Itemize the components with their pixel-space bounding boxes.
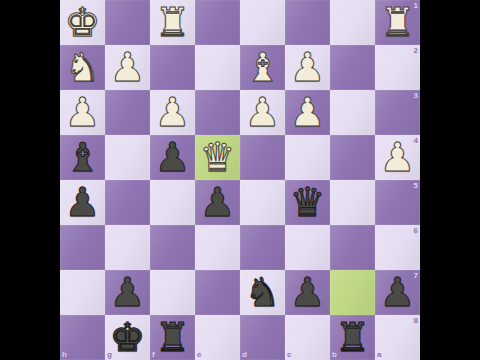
piece-white-bishop[interactable]: ♝ [245, 45, 281, 90]
square-a1[interactable]: ♜1 [375, 0, 420, 45]
piece-white-rook[interactable]: ♜ [155, 0, 191, 45]
piece-white-pawn[interactable]: ♟ [290, 45, 326, 90]
square-e4[interactable]: ♛ [195, 135, 240, 180]
square-g2[interactable]: ♟ [105, 45, 150, 90]
square-g6[interactable] [105, 225, 150, 270]
square-c5[interactable]: ♛ [285, 180, 330, 225]
file-label-a: a [377, 350, 381, 359]
square-c8[interactable]: c [285, 315, 330, 360]
piece-white-pawn[interactable]: ♟ [110, 45, 146, 90]
square-g4[interactable] [105, 135, 150, 180]
square-f1[interactable]: ♜ [150, 0, 195, 45]
letterbox-right [420, 0, 480, 360]
square-d7[interactable]: ♞ [240, 270, 285, 315]
square-h7[interactable] [60, 270, 105, 315]
piece-black-pawn[interactable]: ♟ [110, 270, 146, 315]
square-f7[interactable] [150, 270, 195, 315]
square-b6[interactable] [330, 225, 375, 270]
square-a3[interactable]: 3 [375, 90, 420, 135]
square-a8[interactable]: 8a [375, 315, 420, 360]
piece-black-pawn[interactable]: ♟ [155, 135, 191, 180]
square-f3[interactable]: ♟ [150, 90, 195, 135]
square-b2[interactable] [330, 45, 375, 90]
piece-black-queen[interactable]: ♛ [290, 180, 326, 225]
chess-board: ♚♜♜1♞♟♝♟2♟♟♟♟3♝♟♛♟4♟♟♛56♟♞♟♟7h♚g♜fedc♜b8… [60, 0, 420, 360]
square-e3[interactable] [195, 90, 240, 135]
square-h8[interactable]: h [60, 315, 105, 360]
square-g1[interactable] [105, 0, 150, 45]
square-h6[interactable] [60, 225, 105, 270]
piece-white-pawn[interactable]: ♟ [380, 135, 416, 180]
piece-black-pawn[interactable]: ♟ [200, 180, 236, 225]
piece-black-knight[interactable]: ♞ [245, 270, 281, 315]
square-d3[interactable]: ♟ [240, 90, 285, 135]
rank-label-3: 3 [414, 91, 418, 100]
letterbox-left [0, 0, 60, 360]
piece-black-pawn[interactable]: ♟ [380, 270, 416, 315]
piece-black-pawn[interactable]: ♟ [290, 270, 326, 315]
square-a7[interactable]: ♟7 [375, 270, 420, 315]
square-b7[interactable] [330, 270, 375, 315]
file-label-e: e [197, 350, 201, 359]
file-label-h: h [62, 350, 67, 359]
video-frame: ♚♜♜1♞♟♝♟2♟♟♟♟3♝♟♛♟4♟♟♛56♟♞♟♟7h♚g♜fedc♜b8… [0, 0, 480, 360]
square-f2[interactable] [150, 45, 195, 90]
piece-white-queen[interactable]: ♛ [200, 135, 236, 180]
rank-label-4: 4 [414, 136, 418, 145]
rank-label-6: 6 [414, 226, 418, 235]
square-d2[interactable]: ♝ [240, 45, 285, 90]
piece-black-pawn[interactable]: ♟ [65, 180, 101, 225]
square-d5[interactable] [240, 180, 285, 225]
piece-white-pawn[interactable]: ♟ [155, 90, 191, 135]
square-h5[interactable]: ♟ [60, 180, 105, 225]
square-h1[interactable]: ♚ [60, 0, 105, 45]
piece-white-knight[interactable]: ♞ [65, 45, 101, 90]
piece-white-pawn[interactable]: ♟ [290, 90, 326, 135]
rank-label-2: 2 [414, 46, 418, 55]
square-b5[interactable] [330, 180, 375, 225]
file-label-g: g [107, 350, 112, 359]
square-g5[interactable] [105, 180, 150, 225]
square-f4[interactable]: ♟ [150, 135, 195, 180]
square-d6[interactable] [240, 225, 285, 270]
square-d8[interactable]: d [240, 315, 285, 360]
file-label-f: f [152, 350, 155, 359]
square-e1[interactable] [195, 0, 240, 45]
square-e7[interactable] [195, 270, 240, 315]
file-label-c: c [287, 350, 291, 359]
piece-black-rook[interactable]: ♜ [335, 315, 371, 360]
square-e5[interactable]: ♟ [195, 180, 240, 225]
square-d1[interactable] [240, 0, 285, 45]
square-h2[interactable]: ♞ [60, 45, 105, 90]
rank-label-5: 5 [414, 181, 418, 190]
square-e6[interactable] [195, 225, 240, 270]
square-g3[interactable] [105, 90, 150, 135]
rank-label-7: 7 [414, 271, 418, 280]
square-h3[interactable]: ♟ [60, 90, 105, 135]
square-c6[interactable] [285, 225, 330, 270]
square-c4[interactable] [285, 135, 330, 180]
rank-label-8: 8 [414, 316, 418, 325]
square-c1[interactable] [285, 0, 330, 45]
square-d4[interactable] [240, 135, 285, 180]
file-label-d: d [242, 350, 247, 359]
piece-white-pawn[interactable]: ♟ [245, 90, 281, 135]
square-a4[interactable]: ♟4 [375, 135, 420, 180]
square-f8[interactable]: ♜f [150, 315, 195, 360]
square-e8[interactable]: e [195, 315, 240, 360]
piece-black-king[interactable]: ♚ [110, 315, 146, 360]
square-g8[interactable]: ♚g [105, 315, 150, 360]
square-f5[interactable] [150, 180, 195, 225]
square-f6[interactable] [150, 225, 195, 270]
rank-label-1: 1 [414, 1, 418, 10]
piece-white-pawn[interactable]: ♟ [65, 90, 101, 135]
square-c2[interactable]: ♟ [285, 45, 330, 90]
piece-white-king[interactable]: ♚ [65, 0, 101, 45]
square-c3[interactable]: ♟ [285, 90, 330, 135]
square-g7[interactable]: ♟ [105, 270, 150, 315]
piece-white-rook[interactable]: ♜ [380, 0, 416, 45]
file-label-b: b [332, 350, 337, 359]
piece-black-rook[interactable]: ♜ [155, 315, 191, 360]
square-c7[interactable]: ♟ [285, 270, 330, 315]
square-b8[interactable]: ♜b [330, 315, 375, 360]
square-a6[interactable]: 6 [375, 225, 420, 270]
piece-black-bishop[interactable]: ♝ [65, 135, 101, 180]
square-b4[interactable] [330, 135, 375, 180]
square-b1[interactable] [330, 0, 375, 45]
square-h4[interactable]: ♝ [60, 135, 105, 180]
square-a5[interactable]: 5 [375, 180, 420, 225]
square-e2[interactable] [195, 45, 240, 90]
square-a2[interactable]: 2 [375, 45, 420, 90]
square-b3[interactable] [330, 90, 375, 135]
